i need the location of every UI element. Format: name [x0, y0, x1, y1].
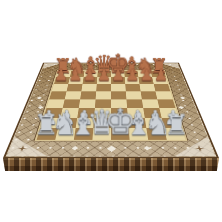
black-pawn: ♟	[125, 68, 139, 84]
black-pawn: ♟	[111, 68, 125, 84]
piece-cell-e7: ♟	[111, 77, 125, 84]
piece-cell-b7: ♟	[68, 77, 83, 84]
black-pawn: ♟	[154, 68, 168, 84]
black-pawn: ♟	[68, 68, 82, 84]
board-carved-front-edge	[3, 158, 219, 171]
pieces-grid: ♜♞♝♛♚♝♞♜♟♟♟♟♟♟♟♟♟♟♟♟♟♟♟♟♜♞♝♛♚♝♞♜	[37, 71, 186, 140]
chess-set-product-photo: ♜♞♝♛♚♝♞♜♟♟♟♟♟♟♟♟♟♟♟♟♟♟♟♟♜♞♝♛♚♝♞♜	[0, 0, 222, 222]
chess-board: ♜♞♝♛♚♝♞♜♟♟♟♟♟♟♟♟♟♟♟♟♟♟♟♟♜♞♝♛♚♝♞♜	[3, 63, 219, 158]
black-pawn: ♟	[97, 68, 111, 84]
black-pawn: ♟	[140, 68, 154, 84]
piece-cell-f7: ♟	[125, 77, 140, 84]
piece-cell-c7: ♟	[83, 77, 98, 84]
piece-cell-d7: ♟	[97, 77, 111, 84]
piece-cell-g7: ♟	[138, 77, 153, 84]
black-pawn: ♟	[83, 68, 97, 84]
white-rook: ♜	[164, 111, 189, 139]
piece-cell-h1: ♜	[164, 128, 185, 140]
black-pawn: ♟	[54, 68, 68, 84]
piece-cell-h7: ♟	[152, 77, 168, 84]
